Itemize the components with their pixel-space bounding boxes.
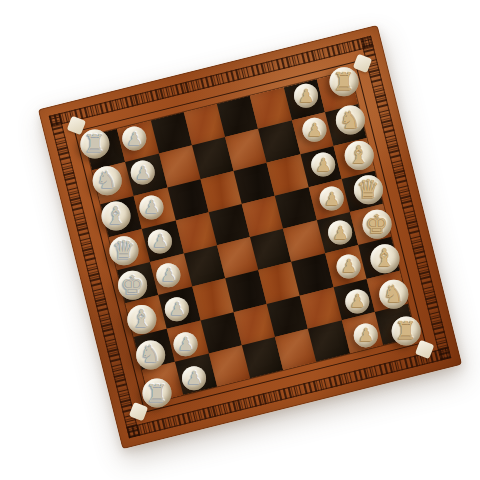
- piece-white-rook: ♜: [139, 375, 173, 409]
- piece-white-pawn: ♟: [135, 190, 169, 224]
- piece-black-pawn: ♟: [348, 318, 382, 352]
- piece-white-knight: ♞: [133, 337, 167, 371]
- piece-white-rook: ♜: [77, 126, 111, 160]
- piece-black-queen: ♛: [351, 172, 385, 206]
- piece-white-bishop: ♝: [124, 302, 158, 336]
- piece-white-pawn: ♟: [177, 361, 211, 395]
- piece-black-bishop: ♝: [367, 242, 401, 276]
- square-f7: ♟: [325, 245, 367, 287]
- piece-white-pawn: ♟: [152, 258, 186, 292]
- square-e7: ♟: [316, 212, 358, 254]
- square-d7: ♟: [308, 179, 350, 221]
- piece-black-pawn: ♟: [289, 79, 323, 113]
- piece-black-pawn: ♟: [314, 181, 348, 215]
- piece-white-bishop: ♝: [98, 198, 132, 232]
- chess-board: ♜♟♟♜♞♟♟♞♝♟♟♝♛♟♟♛♚♟♟♚♝♟♟♝♞♟♟♞♜♟♟♜: [38, 25, 462, 449]
- piece-black-pawn: ♟: [340, 284, 374, 318]
- piece-white-pawn: ♟: [143, 224, 177, 258]
- piece-white-pawn: ♟: [126, 156, 160, 190]
- piece-black-rook: ♜: [388, 313, 422, 347]
- piece-black-knight: ♞: [333, 103, 367, 137]
- piece-black-knight: ♞: [376, 276, 410, 310]
- square-f2: ♟: [159, 287, 201, 329]
- piece-white-pawn: ♟: [118, 121, 152, 155]
- photo-scene: ♜♟♟♜♞♟♟♞♝♟♟♝♛♟♟♛♚♟♟♚♝♟♟♝♞♟♟♞♜♟♟♜: [0, 0, 480, 480]
- piece-black-bishop: ♝: [341, 138, 375, 172]
- piece-white-pawn: ♟: [160, 292, 194, 326]
- piece-black-pawn: ♟: [323, 216, 357, 250]
- piece-white-knight: ♞: [90, 163, 124, 197]
- piece-black-pawn: ♟: [306, 147, 340, 181]
- square-e2: ♟: [150, 254, 192, 296]
- piece-white-queen: ♛: [106, 233, 140, 267]
- square-g2: ♟: [167, 320, 209, 362]
- piece-black-pawn: ♟: [331, 250, 365, 284]
- piece-black-pawn: ♟: [297, 113, 331, 147]
- piece-black-rook: ♜: [326, 64, 360, 98]
- square-g7: ♟: [333, 279, 375, 321]
- piece-white-pawn: ♟: [169, 327, 203, 361]
- piece-black-king: ♚: [359, 207, 393, 241]
- piece-white-king: ♚: [115, 268, 149, 302]
